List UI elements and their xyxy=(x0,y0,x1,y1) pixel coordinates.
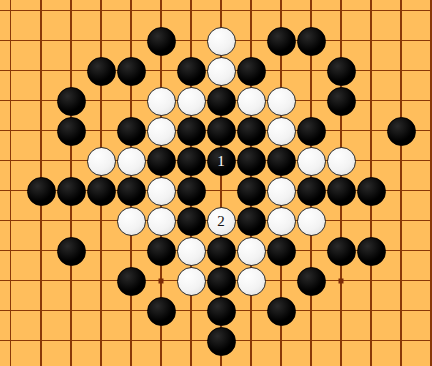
board-point-4-9[interactable] xyxy=(116,266,146,296)
board-point-1-6[interactable] xyxy=(26,176,56,206)
board-point-11-7[interactable] xyxy=(326,206,356,236)
board-point-5-0[interactable] xyxy=(146,0,176,26)
board-point-13-2[interactable] xyxy=(386,56,416,86)
board-point-14-10[interactable] xyxy=(416,296,432,326)
board-point-12-3[interactable] xyxy=(356,86,386,116)
board-point-10-10[interactable] xyxy=(296,296,326,326)
board-point-1-7[interactable] xyxy=(26,206,56,236)
board-point-8-4[interactable] xyxy=(236,116,266,146)
black-stone[interactable] xyxy=(177,57,206,86)
board-point-3-10[interactable] xyxy=(86,296,116,326)
board-point-9-4[interactable] xyxy=(266,116,296,146)
board-point-9-1[interactable] xyxy=(266,26,296,56)
board-point-0-1[interactable] xyxy=(0,26,26,56)
board-point-5-8[interactable] xyxy=(146,236,176,266)
board-point-0-5[interactable] xyxy=(0,146,26,176)
board-point-10-4[interactable] xyxy=(296,116,326,146)
board-point-8-3[interactable] xyxy=(236,86,266,116)
board-point-13-10[interactable] xyxy=(386,296,416,326)
board-point-8-6[interactable] xyxy=(236,176,266,206)
black-stone[interactable] xyxy=(327,237,356,266)
board-point-6-8[interactable] xyxy=(176,236,206,266)
board-point-5-6[interactable] xyxy=(146,176,176,206)
board-point-1-0[interactable] xyxy=(26,0,56,26)
board-point-6-11[interactable] xyxy=(176,326,206,356)
board-point-0-3[interactable] xyxy=(0,86,26,116)
white-stone[interactable] xyxy=(87,147,116,176)
board-point-3-11[interactable] xyxy=(86,326,116,356)
board-point-13-1[interactable] xyxy=(386,26,416,56)
board-point-11-6[interactable] xyxy=(326,176,356,206)
board-point-13-7[interactable] xyxy=(386,206,416,236)
board-point-1-8[interactable] xyxy=(26,236,56,266)
board-point-3-7[interactable] xyxy=(86,206,116,236)
board-point-13-6[interactable] xyxy=(386,176,416,206)
black-stone[interactable] xyxy=(237,147,266,176)
board-point-7-5[interactable]: 1 xyxy=(206,146,236,176)
board-point-5-11[interactable] xyxy=(146,326,176,356)
board-point-7-1[interactable] xyxy=(206,26,236,56)
white-stone[interactable] xyxy=(177,237,206,266)
black-stone[interactable] xyxy=(177,177,206,206)
board-point-2-5[interactable] xyxy=(56,146,86,176)
black-stone[interactable] xyxy=(207,117,236,146)
board-point-8-11[interactable] xyxy=(236,326,266,356)
white-stone[interactable] xyxy=(267,87,296,116)
board-point-13-11[interactable] xyxy=(386,326,416,356)
board-point-14-8[interactable] xyxy=(416,236,432,266)
board-point-9-2[interactable] xyxy=(266,56,296,86)
black-stone[interactable] xyxy=(117,57,146,86)
board-point-8-0[interactable] xyxy=(236,0,266,26)
white-stone[interactable] xyxy=(267,177,296,206)
black-stone[interactable] xyxy=(297,117,326,146)
black-stone[interactable] xyxy=(177,207,206,236)
board-point-1-4[interactable] xyxy=(26,116,56,146)
board-point-12-11[interactable] xyxy=(356,326,386,356)
board-point-1-3[interactable] xyxy=(26,86,56,116)
star-point xyxy=(339,279,344,284)
board-point-7-11[interactable] xyxy=(206,326,236,356)
board-point-3-1[interactable] xyxy=(86,26,116,56)
board-point-7-0[interactable] xyxy=(206,0,236,26)
board-point-11-11[interactable] xyxy=(326,326,356,356)
black-stone[interactable] xyxy=(327,57,356,86)
board-point-6-2[interactable] xyxy=(176,56,206,86)
board-point-10-7[interactable] xyxy=(296,206,326,236)
board-point-9-0[interactable] xyxy=(266,0,296,26)
white-stone[interactable] xyxy=(147,117,176,146)
black-stone[interactable] xyxy=(117,177,146,206)
black-stone[interactable] xyxy=(237,177,266,206)
board-point-10-5[interactable] xyxy=(296,146,326,176)
white-stone[interactable] xyxy=(177,267,206,296)
board-point-4-8[interactable] xyxy=(116,236,146,266)
board-point-4-7[interactable] xyxy=(116,206,146,236)
board-point-7-2[interactable] xyxy=(206,56,236,86)
board-point-0-11[interactable] xyxy=(0,326,26,356)
black-stone[interactable] xyxy=(267,237,296,266)
board-point-2-10[interactable] xyxy=(56,296,86,326)
white-stone[interactable] xyxy=(207,57,236,86)
board-point-4-3[interactable] xyxy=(116,86,146,116)
white-stone[interactable] xyxy=(117,147,146,176)
board-point-9-7[interactable] xyxy=(266,206,296,236)
black-stone[interactable] xyxy=(177,117,206,146)
black-stone[interactable] xyxy=(207,87,236,116)
black-stone[interactable] xyxy=(297,177,326,206)
board-point-12-10[interactable] xyxy=(356,296,386,326)
black-stone[interactable] xyxy=(57,237,86,266)
board-point-12-4[interactable] xyxy=(356,116,386,146)
white-stone[interactable] xyxy=(267,117,296,146)
board-point-9-10[interactable] xyxy=(266,296,296,326)
board-point-2-3[interactable] xyxy=(56,86,86,116)
board-point-10-1[interactable] xyxy=(296,26,326,56)
black-stone[interactable] xyxy=(147,27,176,56)
board-point-12-5[interactable] xyxy=(356,146,386,176)
board-point-11-8[interactable] xyxy=(326,236,356,266)
board-point-4-1[interactable] xyxy=(116,26,146,56)
board-point-4-2[interactable] xyxy=(116,56,146,86)
board-point-7-10[interactable] xyxy=(206,296,236,326)
board-point-6-9[interactable] xyxy=(176,266,206,296)
board-point-3-6[interactable] xyxy=(86,176,116,206)
black-stone[interactable] xyxy=(57,177,86,206)
board-point-9-6[interactable] xyxy=(266,176,296,206)
board-point-14-7[interactable] xyxy=(416,206,432,236)
board-point-1-1[interactable] xyxy=(26,26,56,56)
board-point-0-4[interactable] xyxy=(0,116,26,146)
board-point-1-9[interactable] xyxy=(26,266,56,296)
board-point-14-11[interactable] xyxy=(416,326,432,356)
board-point-13-5[interactable] xyxy=(386,146,416,176)
board-point-12-9[interactable] xyxy=(356,266,386,296)
board-point-14-5[interactable] xyxy=(416,146,432,176)
go-board[interactable]: 12 xyxy=(0,0,432,366)
board-point-12-8[interactable] xyxy=(356,236,386,266)
board-point-0-6[interactable] xyxy=(0,176,26,206)
board-point-5-2[interactable] xyxy=(146,56,176,86)
board-point-11-2[interactable] xyxy=(326,56,356,86)
board-point-11-0[interactable] xyxy=(326,0,356,26)
board-point-7-3[interactable] xyxy=(206,86,236,116)
board-point-3-5[interactable] xyxy=(86,146,116,176)
board-point-12-7[interactable] xyxy=(356,206,386,236)
board-point-4-0[interactable] xyxy=(116,0,146,26)
white-stone[interactable] xyxy=(267,207,296,236)
board-point-10-0[interactable] xyxy=(296,0,326,26)
board-point-4-10[interactable] xyxy=(116,296,146,326)
black-stone[interactable] xyxy=(327,87,356,116)
black-stone[interactable] xyxy=(117,267,146,296)
black-stone[interactable] xyxy=(357,237,386,266)
board-point-3-3[interactable] xyxy=(86,86,116,116)
black-stone[interactable] xyxy=(237,117,266,146)
board-point-6-1[interactable] xyxy=(176,26,206,56)
board-point-6-0[interactable] xyxy=(176,0,206,26)
board-point-0-9[interactable] xyxy=(0,266,26,296)
board-point-11-4[interactable] xyxy=(326,116,356,146)
board-point-0-2[interactable] xyxy=(0,56,26,86)
board-point-11-3[interactable] xyxy=(326,86,356,116)
board-point-9-3[interactable] xyxy=(266,86,296,116)
white-stone[interactable] xyxy=(147,207,176,236)
board-point-8-1[interactable] xyxy=(236,26,266,56)
black-stone[interactable] xyxy=(207,297,236,326)
board-point-2-1[interactable] xyxy=(56,26,86,56)
board-point-10-2[interactable] xyxy=(296,56,326,86)
board-point-2-8[interactable] xyxy=(56,236,86,266)
white-stone[interactable] xyxy=(237,237,266,266)
board-point-14-2[interactable] xyxy=(416,56,432,86)
white-stone[interactable] xyxy=(147,87,176,116)
white-stone[interactable] xyxy=(297,147,326,176)
board-point-8-7[interactable] xyxy=(236,206,266,236)
board-point-5-4[interactable] xyxy=(146,116,176,146)
board-point-1-10[interactable] xyxy=(26,296,56,326)
board-point-4-4[interactable] xyxy=(116,116,146,146)
star-point xyxy=(159,279,164,284)
board-point-2-11[interactable] xyxy=(56,326,86,356)
board-point-2-9[interactable] xyxy=(56,266,86,296)
board-point-6-7[interactable] xyxy=(176,206,206,236)
board-point-12-1[interactable] xyxy=(356,26,386,56)
black-stone[interactable] xyxy=(147,147,176,176)
board-point-1-2[interactable] xyxy=(26,56,56,86)
black-stone[interactable] xyxy=(87,57,116,86)
board-point-11-5[interactable] xyxy=(326,146,356,176)
board-point-9-9[interactable] xyxy=(266,266,296,296)
black-stone[interactable] xyxy=(207,327,236,356)
board-point-14-9[interactable] xyxy=(416,266,432,296)
board-point-2-4[interactable] xyxy=(56,116,86,146)
board-point-9-8[interactable] xyxy=(266,236,296,266)
board-point-7-4[interactable] xyxy=(206,116,236,146)
board-point-2-7[interactable] xyxy=(56,206,86,236)
black-stone[interactable] xyxy=(27,177,56,206)
board-point-0-8[interactable] xyxy=(0,236,26,266)
black-stone[interactable] xyxy=(87,177,116,206)
black-stone[interactable] xyxy=(387,117,416,146)
black-stone[interactable] xyxy=(207,267,236,296)
board-point-12-6[interactable] xyxy=(356,176,386,206)
white-stone[interactable] xyxy=(177,87,206,116)
board-point-8-8[interactable] xyxy=(236,236,266,266)
stone-grid: 12 xyxy=(0,0,432,356)
board-point-8-10[interactable] xyxy=(236,296,266,326)
board-point-2-0[interactable] xyxy=(56,0,86,26)
board-point-6-10[interactable] xyxy=(176,296,206,326)
black-stone[interactable] xyxy=(177,147,206,176)
move-number-label: 2 xyxy=(217,214,225,229)
black-stone[interactable] xyxy=(237,207,266,236)
board-point-10-9[interactable] xyxy=(296,266,326,296)
move-number-label: 1 xyxy=(217,154,225,169)
white-stone[interactable] xyxy=(147,177,176,206)
board-point-14-1[interactable] xyxy=(416,26,432,56)
board-point-13-3[interactable] xyxy=(386,86,416,116)
board-point-5-10[interactable] xyxy=(146,296,176,326)
board-point-7-6[interactable] xyxy=(206,176,236,206)
board-point-2-6[interactable] xyxy=(56,176,86,206)
board-point-8-9[interactable] xyxy=(236,266,266,296)
move-1-black-stone[interactable]: 1 xyxy=(207,147,236,176)
board-point-10-11[interactable] xyxy=(296,326,326,356)
white-stone[interactable] xyxy=(327,147,356,176)
board-point-4-6[interactable] xyxy=(116,176,146,206)
black-stone[interactable] xyxy=(147,237,176,266)
board-point-1-11[interactable] xyxy=(26,326,56,356)
board-point-2-2[interactable] xyxy=(56,56,86,86)
black-stone[interactable] xyxy=(297,267,326,296)
board-point-13-4[interactable] xyxy=(386,116,416,146)
white-stone[interactable] xyxy=(117,207,146,236)
board-point-3-8[interactable] xyxy=(86,236,116,266)
black-stone[interactable] xyxy=(57,87,86,116)
white-stone[interactable] xyxy=(237,267,266,296)
board-point-13-8[interactable] xyxy=(386,236,416,266)
board-point-14-0[interactable] xyxy=(416,0,432,26)
board-point-13-0[interactable] xyxy=(386,0,416,26)
white-stone[interactable] xyxy=(207,27,236,56)
black-stone[interactable] xyxy=(297,27,326,56)
board-point-11-10[interactable] xyxy=(326,296,356,326)
move-2-white-stone[interactable]: 2 xyxy=(207,207,236,236)
board-point-4-5[interactable] xyxy=(116,146,146,176)
board-point-11-1[interactable] xyxy=(326,26,356,56)
board-point-7-8[interactable] xyxy=(206,236,236,266)
board-point-3-2[interactable] xyxy=(86,56,116,86)
board-point-9-11[interactable] xyxy=(266,326,296,356)
board-point-5-5[interactable] xyxy=(146,146,176,176)
board-point-5-3[interactable] xyxy=(146,86,176,116)
board-point-0-10[interactable] xyxy=(0,296,26,326)
board-point-6-4[interactable] xyxy=(176,116,206,146)
black-stone[interactable] xyxy=(117,117,146,146)
board-point-5-1[interactable] xyxy=(146,26,176,56)
board-point-7-7[interactable]: 2 xyxy=(206,206,236,236)
board-point-14-4[interactable] xyxy=(416,116,432,146)
board-point-0-0[interactable] xyxy=(0,0,26,26)
board-point-10-6[interactable] xyxy=(296,176,326,206)
board-point-14-6[interactable] xyxy=(416,176,432,206)
black-stone[interactable] xyxy=(237,57,266,86)
black-stone[interactable] xyxy=(267,297,296,326)
board-point-9-5[interactable] xyxy=(266,146,296,176)
board-point-7-9[interactable] xyxy=(206,266,236,296)
white-stone[interactable] xyxy=(297,207,326,236)
board-point-3-0[interactable] xyxy=(86,0,116,26)
black-stone[interactable] xyxy=(267,27,296,56)
board-point-12-2[interactable] xyxy=(356,56,386,86)
board-point-6-6[interactable] xyxy=(176,176,206,206)
white-stone[interactable] xyxy=(237,87,266,116)
black-stone[interactable] xyxy=(357,177,386,206)
board-point-4-11[interactable] xyxy=(116,326,146,356)
board-point-12-0[interactable] xyxy=(356,0,386,26)
board-point-5-7[interactable] xyxy=(146,206,176,236)
board-point-10-3[interactable] xyxy=(296,86,326,116)
board-point-3-9[interactable] xyxy=(86,266,116,296)
board-point-6-5[interactable] xyxy=(176,146,206,176)
board-point-13-9[interactable] xyxy=(386,266,416,296)
board-point-3-4[interactable] xyxy=(86,116,116,146)
black-stone[interactable] xyxy=(327,177,356,206)
board-point-8-2[interactable] xyxy=(236,56,266,86)
black-stone[interactable] xyxy=(267,147,296,176)
board-point-10-8[interactable] xyxy=(296,236,326,266)
black-stone[interactable] xyxy=(147,297,176,326)
board-point-1-5[interactable] xyxy=(26,146,56,176)
board-point-0-7[interactable] xyxy=(0,206,26,236)
board-point-14-3[interactable] xyxy=(416,86,432,116)
black-stone[interactable] xyxy=(57,117,86,146)
black-stone[interactable] xyxy=(207,237,236,266)
board-point-8-5[interactable] xyxy=(236,146,266,176)
board-point-6-3[interactable] xyxy=(176,86,206,116)
